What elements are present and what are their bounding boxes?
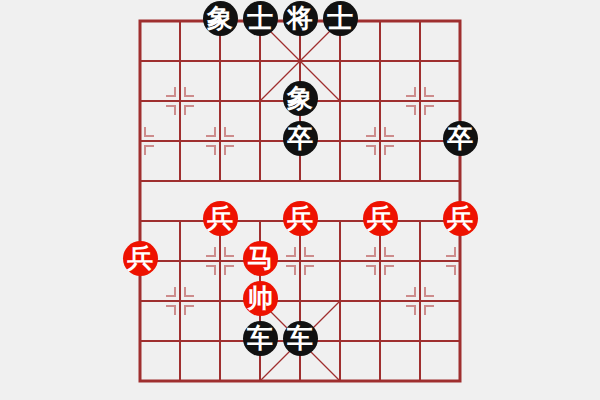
red-soldier[interactable]: 兵 — [363, 201, 398, 236]
red-horse[interactable]: 马 — [243, 241, 278, 276]
red-soldier[interactable]: 兵 — [283, 201, 318, 236]
black-elephant[interactable]: 象 — [203, 1, 238, 36]
black-advisor[interactable]: 士 — [243, 1, 278, 36]
black-soldier[interactable]: 卒 — [443, 121, 478, 156]
xiangqi-screen: 象士将士象卒卒兵兵兵兵兵马帅车车 — [0, 0, 600, 400]
black-elephant[interactable]: 象 — [283, 81, 318, 116]
black-chariot[interactable]: 车 — [283, 321, 318, 356]
red-general[interactable]: 帅 — [243, 281, 278, 316]
red-soldier[interactable]: 兵 — [203, 201, 238, 236]
black-soldier[interactable]: 卒 — [283, 121, 318, 156]
red-soldier[interactable]: 兵 — [123, 241, 158, 276]
black-chariot[interactable]: 车 — [243, 321, 278, 356]
xiangqi-board-grid[interactable]: 象士将士象卒卒兵兵兵兵兵马帅车车 — [120, 1, 480, 400]
black-general[interactable]: 将 — [283, 1, 318, 36]
black-advisor[interactable]: 士 — [323, 1, 358, 36]
red-soldier[interactable]: 兵 — [443, 201, 478, 236]
